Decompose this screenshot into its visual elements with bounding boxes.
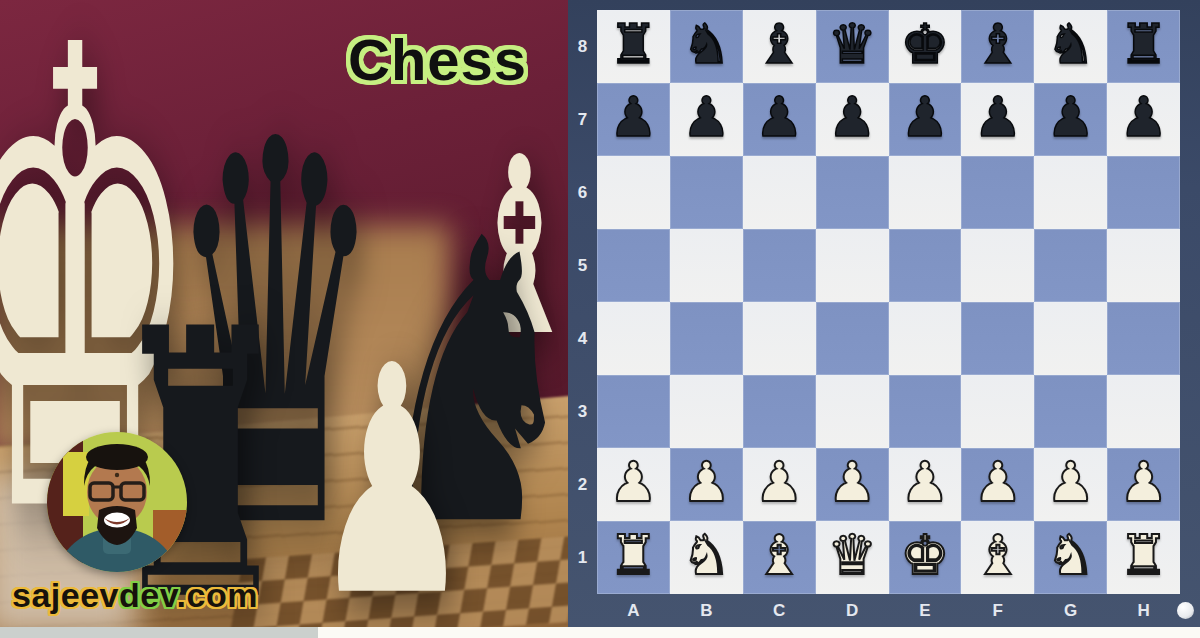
black-king[interactable]: ♚ xyxy=(900,17,949,72)
white-pawn[interactable]: ♟ xyxy=(1046,455,1095,510)
square-f4[interactable] xyxy=(961,302,1034,375)
square-d6[interactable] xyxy=(816,156,889,229)
square-d8[interactable]: ♛ xyxy=(816,10,889,83)
turn-indicator xyxy=(1177,602,1194,619)
page: ♚ ♝ ♛ ♜ ♞ ♟ Chess xyxy=(0,0,1200,638)
black-pawn[interactable]: ♟ xyxy=(609,90,658,145)
square-d1[interactable]: ♛ xyxy=(816,521,889,594)
square-a8[interactable]: ♜ xyxy=(597,10,670,83)
white-knight[interactable]: ♞ xyxy=(682,528,731,583)
square-d3[interactable] xyxy=(816,375,889,448)
avatar xyxy=(47,432,187,572)
square-b5[interactable] xyxy=(670,229,743,302)
square-h7[interactable]: ♟ xyxy=(1107,83,1180,156)
black-pawn[interactable]: ♟ xyxy=(1046,90,1095,145)
file-label-f: F xyxy=(961,594,1034,627)
square-a4[interactable] xyxy=(597,302,670,375)
square-d7[interactable]: ♟ xyxy=(816,83,889,156)
file-label-h: H xyxy=(1107,594,1180,627)
rank-label-4: 4 xyxy=(568,302,597,375)
square-d4[interactable] xyxy=(816,302,889,375)
black-pawn[interactable]: ♟ xyxy=(900,90,949,145)
photo-white-bishop-piece: ♝ xyxy=(462,38,568,458)
square-b8[interactable]: ♞ xyxy=(670,10,743,83)
chess-photo: ♚ ♝ ♛ ♜ ♞ ♟ Chess xyxy=(0,0,568,627)
rank-label-1: 1 xyxy=(568,521,597,594)
square-c4[interactable] xyxy=(743,302,816,375)
page-title: Chess xyxy=(348,26,527,93)
site-watermark: sajeevdev.com xyxy=(12,576,258,615)
white-pawn[interactable]: ♟ xyxy=(1119,455,1168,510)
black-bishop[interactable]: ♝ xyxy=(755,17,804,72)
rank-label-5: 5 xyxy=(568,229,597,302)
page-bottom-strip xyxy=(0,627,1200,638)
file-label-b: B xyxy=(670,594,743,627)
square-c3[interactable] xyxy=(743,375,816,448)
square-b1[interactable]: ♞ xyxy=(670,521,743,594)
white-pawn[interactable]: ♟ xyxy=(609,455,658,510)
square-h2[interactable]: ♟ xyxy=(1107,448,1180,521)
square-g7[interactable]: ♟ xyxy=(1034,83,1107,156)
board-squares: ♜♞♝♛♚♝♞♜♟♟♟♟♟♟♟♟♟♟♟♟♟♟♟♟♜♞♝♛♚♝♞♜ xyxy=(597,10,1180,594)
square-a3[interactable] xyxy=(597,375,670,448)
chessboard: 87654321 ♜♞♝♛♚♝♞♜♟♟♟♟♟♟♟♟♟♟♟♟♟♟♟♟♜♞♝♛♚♝♞… xyxy=(568,0,1200,627)
watermark-text-sajeev: sajeev xyxy=(12,576,119,614)
square-f3[interactable] xyxy=(961,375,1034,448)
white-pawn[interactable]: ♟ xyxy=(682,455,731,510)
black-pawn[interactable]: ♟ xyxy=(682,90,731,145)
square-g2[interactable]: ♟ xyxy=(1034,448,1107,521)
black-pawn[interactable]: ♟ xyxy=(973,90,1022,145)
square-e6[interactable] xyxy=(889,156,962,229)
file-labels: ABCDEFGH xyxy=(597,594,1180,627)
square-g4[interactable] xyxy=(1034,302,1107,375)
square-e3[interactable] xyxy=(889,375,962,448)
file-label-g: G xyxy=(1034,594,1107,627)
square-e4[interactable] xyxy=(889,302,962,375)
square-c2[interactable]: ♟ xyxy=(743,448,816,521)
black-knight[interactable]: ♞ xyxy=(1046,17,1095,72)
square-f2[interactable]: ♟ xyxy=(961,448,1034,521)
square-c6[interactable] xyxy=(743,156,816,229)
square-b7[interactable]: ♟ xyxy=(670,83,743,156)
black-rook[interactable]: ♜ xyxy=(1119,17,1168,72)
black-pawn[interactable]: ♟ xyxy=(827,90,876,145)
watermark-text-dev: dev xyxy=(119,576,177,614)
square-f6[interactable] xyxy=(961,156,1034,229)
file-label-c: C xyxy=(743,594,816,627)
square-g3[interactable] xyxy=(1034,375,1107,448)
black-rook[interactable]: ♜ xyxy=(609,17,658,72)
square-a1[interactable]: ♜ xyxy=(597,521,670,594)
square-b3[interactable] xyxy=(670,375,743,448)
square-b2[interactable]: ♟ xyxy=(670,448,743,521)
square-a7[interactable]: ♟ xyxy=(597,83,670,156)
white-pawn[interactable]: ♟ xyxy=(755,455,804,510)
square-c8[interactable]: ♝ xyxy=(743,10,816,83)
square-h4[interactable] xyxy=(1107,302,1180,375)
square-g6[interactable] xyxy=(1034,156,1107,229)
black-queen[interactable]: ♛ xyxy=(827,17,876,72)
black-pawn[interactable]: ♟ xyxy=(755,90,804,145)
watermark-text-com: .com xyxy=(177,576,258,614)
avatar-illustration xyxy=(47,432,187,572)
square-c7[interactable]: ♟ xyxy=(743,83,816,156)
square-c1[interactable]: ♝ xyxy=(743,521,816,594)
square-e7[interactable]: ♟ xyxy=(889,83,962,156)
rank-label-2: 2 xyxy=(568,448,597,521)
file-label-e: E xyxy=(889,594,962,627)
file-label-a: A xyxy=(597,594,670,627)
square-a2[interactable]: ♟ xyxy=(597,448,670,521)
square-h5[interactable] xyxy=(1107,229,1180,302)
white-rook[interactable]: ♜ xyxy=(1119,528,1168,583)
rank-labels: 87654321 xyxy=(568,10,597,594)
rank-label-8: 8 xyxy=(568,10,597,83)
square-b4[interactable] xyxy=(670,302,743,375)
square-a5[interactable] xyxy=(597,229,670,302)
white-knight[interactable]: ♞ xyxy=(1046,528,1095,583)
white-queen[interactable]: ♛ xyxy=(827,528,876,583)
square-c5[interactable] xyxy=(743,229,816,302)
square-g1[interactable]: ♞ xyxy=(1034,521,1107,594)
scrollbar-fragment[interactable] xyxy=(0,627,318,638)
square-h6[interactable] xyxy=(1107,156,1180,229)
rank-label-6: 6 xyxy=(568,156,597,229)
white-rook[interactable]: ♜ xyxy=(609,528,658,583)
file-label-d: D xyxy=(816,594,889,627)
black-pawn[interactable]: ♟ xyxy=(1119,90,1168,145)
square-f7[interactable]: ♟ xyxy=(961,83,1034,156)
square-e1[interactable]: ♚ xyxy=(889,521,962,594)
square-h1[interactable]: ♜ xyxy=(1107,521,1180,594)
square-h8[interactable]: ♜ xyxy=(1107,10,1180,83)
white-pawn[interactable]: ♟ xyxy=(900,455,949,510)
square-e5[interactable] xyxy=(889,229,962,302)
white-pawn[interactable]: ♟ xyxy=(973,455,1022,510)
square-f1[interactable]: ♝ xyxy=(961,521,1034,594)
square-d5[interactable] xyxy=(816,229,889,302)
square-e2[interactable]: ♟ xyxy=(889,448,962,521)
square-g8[interactable]: ♞ xyxy=(1034,10,1107,83)
white-bishop[interactable]: ♝ xyxy=(973,528,1022,583)
rank-label-3: 3 xyxy=(568,375,597,448)
black-bishop[interactable]: ♝ xyxy=(973,17,1022,72)
square-h3[interactable] xyxy=(1107,375,1180,448)
square-g5[interactable] xyxy=(1034,229,1107,302)
square-f8[interactable]: ♝ xyxy=(961,10,1034,83)
square-e8[interactable]: ♚ xyxy=(889,10,962,83)
white-pawn[interactable]: ♟ xyxy=(827,455,876,510)
white-king[interactable]: ♚ xyxy=(900,528,949,583)
black-knight[interactable]: ♞ xyxy=(682,17,731,72)
square-b6[interactable] xyxy=(670,156,743,229)
square-f5[interactable] xyxy=(961,229,1034,302)
rank-label-7: 7 xyxy=(568,83,597,156)
white-bishop[interactable]: ♝ xyxy=(755,528,804,583)
square-d2[interactable]: ♟ xyxy=(816,448,889,521)
square-a6[interactable] xyxy=(597,156,670,229)
